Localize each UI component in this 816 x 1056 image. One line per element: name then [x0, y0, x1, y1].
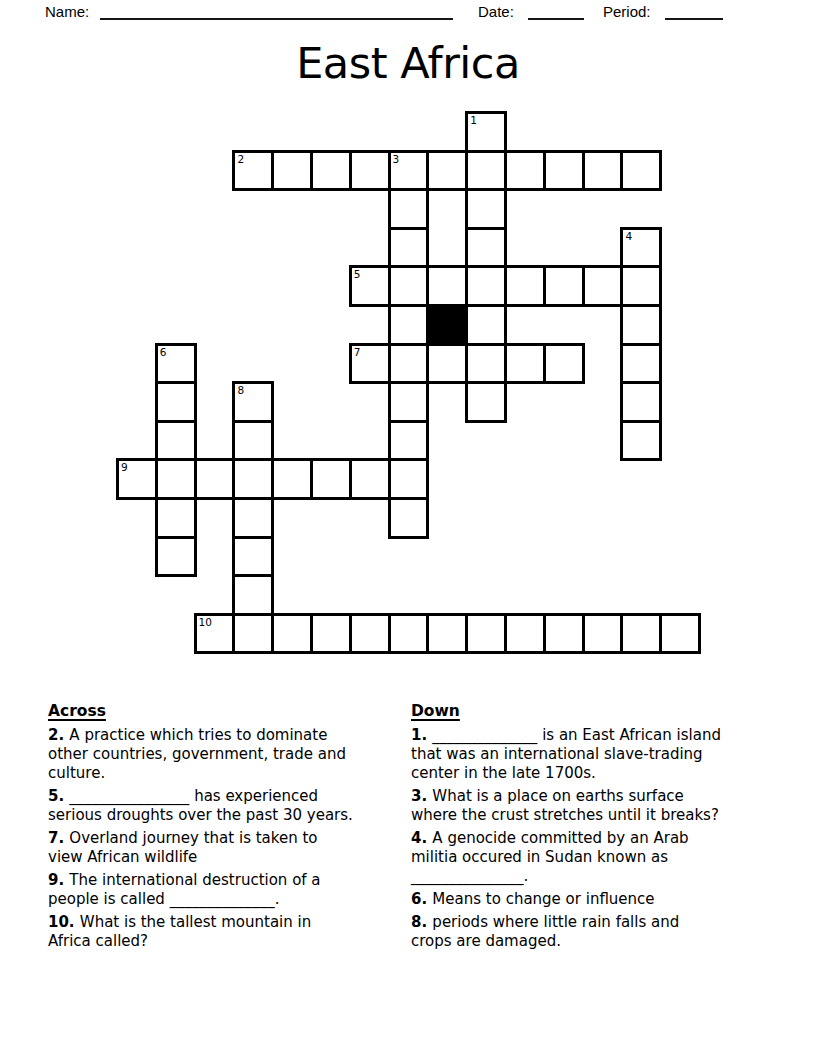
grid-cell-r8-c1[interactable]: [155, 420, 197, 462]
grid-cell-r1-c5[interactable]: [310, 150, 352, 192]
grid-cell-r6-c11[interactable]: [543, 343, 585, 385]
grid-cell-r9-c7[interactable]: [388, 458, 430, 500]
grid-cell-r10-c7[interactable]: [388, 497, 430, 539]
clue: 8. periods where little rain falls and c…: [411, 913, 781, 951]
clue: 9. The international destruction of a pe…: [48, 871, 400, 909]
grid-cell-r6-c1[interactable]: 6: [155, 343, 197, 385]
grid-cell-r1-c13[interactable]: [620, 150, 662, 192]
clue-text: Means to change or influence: [432, 890, 654, 908]
grid-cell-r13-c13[interactable]: [620, 613, 662, 655]
clue-num: 9.: [48, 871, 69, 889]
grid-cell-r13-c8[interactable]: [426, 613, 468, 655]
grid-cell-r4-c11[interactable]: [543, 265, 585, 307]
grid-cell-r5-c7[interactable]: [388, 304, 430, 346]
grid-cell-r13-c3[interactable]: [232, 613, 274, 655]
grid-cell-r4-c7[interactable]: [388, 265, 430, 307]
down-heading: Down: [411, 702, 781, 721]
clue-num: 10.: [48, 913, 80, 931]
across-clue-list: 2. A practice which tries to dominate ot…: [48, 726, 400, 951]
clue: 3. What is a place on earths surface whe…: [411, 787, 781, 825]
across-clues-section: Across 2. A practice which tries to domi…: [48, 702, 400, 955]
clue-num: 2.: [48, 726, 69, 744]
down-clue-list: 1. ______________ is an East African isl…: [411, 726, 781, 951]
grid-cell-r8-c7[interactable]: [388, 420, 430, 462]
clue-number: 10: [199, 616, 212, 629]
clue-num: 3.: [411, 787, 432, 805]
grid-cell-r4-c8[interactable]: [426, 265, 468, 307]
period-label: Period:: [603, 3, 651, 20]
grid-cell-r5-c9[interactable]: [465, 304, 507, 346]
grid-cell-r6-c6[interactable]: 7: [349, 343, 391, 385]
clue-num: 8.: [411, 913, 432, 931]
grid-cell-r4-c9[interactable]: [465, 265, 507, 307]
grid-cell-r4-c10[interactable]: [504, 265, 546, 307]
grid-cell-r12-c3[interactable]: [232, 574, 274, 616]
clue-text: ______________ is an East African island…: [411, 726, 721, 782]
grid-cell-r6-c13[interactable]: [620, 343, 662, 385]
grid-cell-r0-c9[interactable]: 1: [465, 111, 507, 153]
grid-cell-r13-c11[interactable]: [543, 613, 585, 655]
clue: 4. A genocide committed by an Arab milit…: [411, 829, 781, 886]
grid-cell-r11-c3[interactable]: [232, 536, 274, 578]
grid-cell-r8-c13[interactable]: [620, 420, 662, 462]
clue: 5. ________________ has experienced seri…: [48, 787, 400, 825]
grid-cell-r7-c7[interactable]: [388, 381, 430, 423]
grid-cell-r9-c4[interactable]: [271, 458, 313, 500]
grid-cell-r9-c2[interactable]: [194, 458, 236, 500]
clue: 7. Overland journey that is taken to vie…: [48, 829, 400, 867]
grid-cell-r9-c3[interactable]: [232, 458, 274, 500]
clue-number: 5: [354, 268, 361, 281]
clue-text: Overland journey that is taken to view A…: [48, 829, 318, 866]
grid-cell-r6-c9[interactable]: [465, 343, 507, 385]
name-label: Name:: [45, 3, 89, 20]
grid-cell-r13-c2[interactable]: 10: [194, 613, 236, 655]
clue-text: What is the tallest mountain in Africa c…: [48, 913, 311, 950]
grid-cell-r1-c11[interactable]: [543, 150, 585, 192]
clue-text: The international destruction of a peopl…: [48, 871, 321, 908]
grid-cell-r7-c3[interactable]: 8: [232, 381, 274, 423]
grid-cell-r6-c8[interactable]: [426, 343, 468, 385]
date-label: Date:: [478, 3, 514, 20]
grid-cell-r9-c6[interactable]: [349, 458, 391, 500]
grid-cell-r10-c3[interactable]: [232, 497, 274, 539]
grid-cell-r13-c6[interactable]: [349, 613, 391, 655]
worksheet-page: Name: Date: Period: East Africa 12345678…: [0, 0, 816, 1056]
grid-cell-r13-c9[interactable]: [465, 613, 507, 655]
grid-cell-r1-c4[interactable]: [271, 150, 313, 192]
clue-number: 1: [470, 114, 477, 127]
grid-cell-r7-c9[interactable]: [465, 381, 507, 423]
clue-number: 3: [393, 153, 400, 166]
grid-cell-r2-c9[interactable]: [465, 188, 507, 230]
header: Name: Date: Period:: [0, 0, 816, 26]
clue-text: ________________ has experienced serious…: [48, 787, 353, 824]
clue-num: 5.: [48, 787, 69, 805]
clue-number: 6: [160, 346, 167, 359]
puzzle-title: East Africa: [0, 38, 816, 88]
grid-cell-r6-c7[interactable]: [388, 343, 430, 385]
grid-cell-r9-c1[interactable]: [155, 458, 197, 500]
grid-cell-r3-c7[interactable]: [388, 227, 430, 269]
clue: 6. Means to change or influence: [411, 890, 781, 909]
grid-cell-r7-c13[interactable]: [620, 381, 662, 423]
grid-cell-r4-c12[interactable]: [582, 265, 624, 307]
clue-number: 7: [354, 346, 361, 359]
grid-cell-r4-c6[interactable]: 5: [349, 265, 391, 307]
crossword-grid: 12345678910: [116, 111, 702, 655]
clue-number: 9: [121, 461, 128, 474]
date-blank[interactable]: [528, 1, 584, 20]
clue-num: 6.: [411, 890, 432, 908]
grid-cell-r7-c1[interactable]: [155, 381, 197, 423]
grid-cell-r13-c5[interactable]: [310, 613, 352, 655]
grid-cell-r3-c13[interactable]: 4: [620, 227, 662, 269]
grid-cell-r1-c12[interactable]: [582, 150, 624, 192]
grid-cell-r4-c13[interactable]: [620, 265, 662, 307]
name-blank[interactable]: [100, 1, 453, 20]
clue-text: A genocide committed by an Arab militia …: [411, 829, 689, 885]
grid-cell-r1-c8[interactable]: [426, 150, 468, 192]
across-heading: Across: [48, 702, 400, 721]
clue: 10. What is the tallest mountain in Afri…: [48, 913, 400, 951]
grid-cell-r3-c9[interactable]: [465, 227, 507, 269]
grid-cell-r9-c0[interactable]: 9: [116, 458, 158, 500]
clue-number: 2: [237, 153, 244, 166]
clue-num: 1.: [411, 726, 432, 744]
grid-cell-r2-c7[interactable]: [388, 188, 430, 230]
blocked-cell: [426, 304, 468, 346]
clue-number: 8: [237, 384, 244, 397]
clue-number: 4: [625, 230, 632, 243]
clue-text: What is a place on earths surface where …: [411, 787, 719, 824]
grid-cell-r1-c7[interactable]: 3: [388, 150, 430, 192]
grid-cell-r1-c6[interactable]: [349, 150, 391, 192]
clue-text: A practice which tries to dominate other…: [48, 726, 346, 782]
grid-cell-r13-c7[interactable]: [388, 613, 430, 655]
grid-cell-r13-c4[interactable]: [271, 613, 313, 655]
clue: 1. ______________ is an East African isl…: [411, 726, 781, 783]
grid-cell-r9-c5[interactable]: [310, 458, 352, 500]
grid-cell-r13-c10[interactable]: [504, 613, 546, 655]
clue: 2. A practice which tries to dominate ot…: [48, 726, 400, 783]
grid-cell-r11-c1[interactable]: [155, 536, 197, 578]
grid-cell-r1-c10[interactable]: [504, 150, 546, 192]
down-clues-section: Down 1. ______________ is an East Africa…: [411, 702, 781, 955]
clue-text: periods where little rain falls and crop…: [411, 913, 679, 950]
grid-cell-r13-c12[interactable]: [582, 613, 624, 655]
grid-cell-r10-c1[interactable]: [155, 497, 197, 539]
clue-num: 4.: [411, 829, 432, 847]
grid-cell-r8-c3[interactable]: [232, 420, 274, 462]
grid-cell-r13-c14[interactable]: [659, 613, 701, 655]
clue-num: 7.: [48, 829, 69, 847]
grid-cell-r1-c9[interactable]: [465, 150, 507, 192]
grid-cell-r1-c3[interactable]: 2: [232, 150, 274, 192]
grid-cell-r6-c10[interactable]: [504, 343, 546, 385]
period-blank[interactable]: [665, 1, 723, 20]
grid-cell-r5-c13[interactable]: [620, 304, 662, 346]
